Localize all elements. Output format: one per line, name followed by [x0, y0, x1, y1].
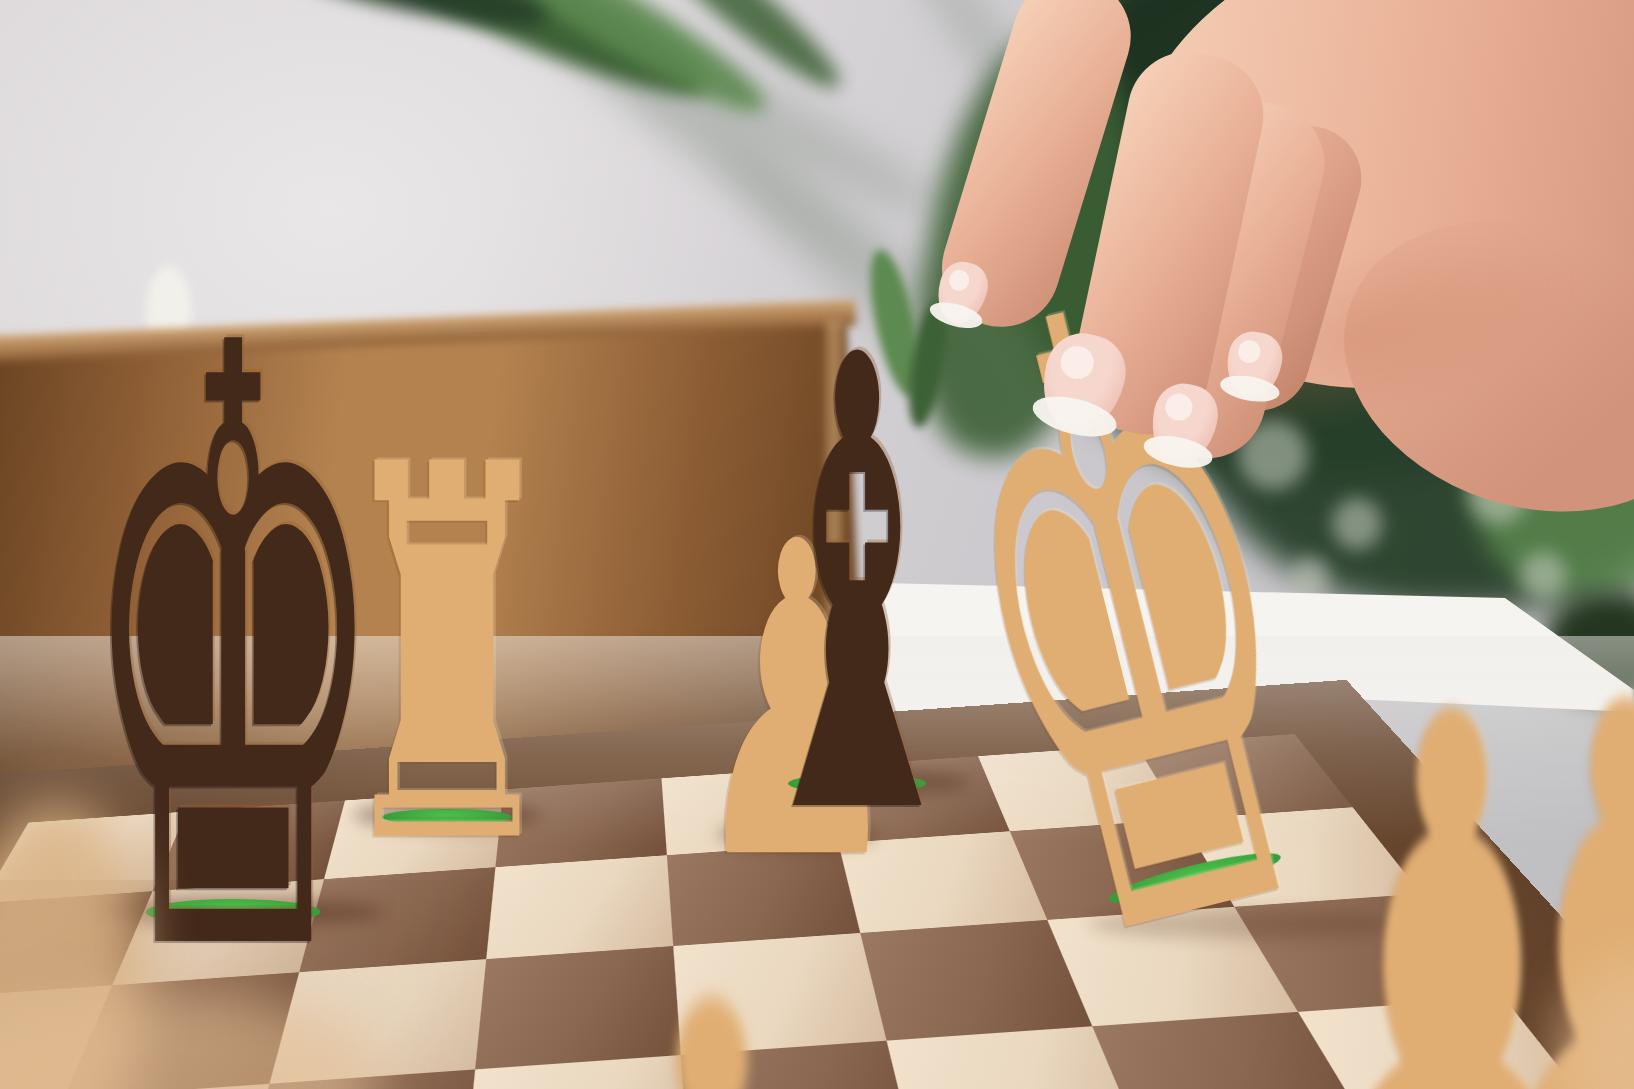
pawn-glyph: ♟ — [515, 905, 910, 1089]
piece-white-pawn-e2[interactable]: ♟ — [573, 1000, 850, 1089]
nail-gloss — [1163, 391, 1195, 423]
nail-gloss — [1057, 342, 1098, 382]
rook-glyph: ♜ — [332, 400, 563, 915]
piece-white-rook-c8[interactable]: ♜ — [366, 461, 528, 821]
nail-gloss — [1236, 338, 1262, 364]
piece-black-king-b7[interactable]: ♚ — [124, 340, 342, 918]
photo-scene: ♚♜♟♝♚♟♟♟ — [0, 0, 1634, 1089]
